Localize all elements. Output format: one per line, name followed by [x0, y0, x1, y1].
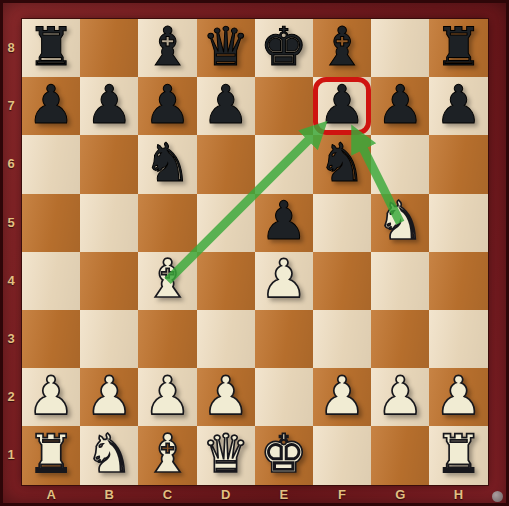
square-c2[interactable]: ♟ — [138, 368, 196, 426]
rank-label-1: 1 — [0, 426, 22, 484]
rank-label-6: 6 — [0, 135, 22, 193]
piece-black-rook-h8[interactable]: ♜ — [435, 20, 483, 73]
square-c5[interactable] — [138, 194, 196, 252]
square-h1[interactable]: ♜ — [429, 426, 487, 484]
piece-black-bishop-c8[interactable]: ♝ — [144, 20, 192, 73]
piece-white-bishop-c4[interactable]: ♝ — [144, 252, 192, 305]
square-a1[interactable]: ♜ — [22, 426, 80, 484]
piece-black-bishop-f8[interactable]: ♝ — [318, 20, 366, 73]
square-b5[interactable] — [80, 194, 138, 252]
file-label-g: G — [371, 485, 429, 506]
square-d2[interactable]: ♟ — [197, 368, 255, 426]
square-b6[interactable] — [80, 135, 138, 193]
rank-label-5: 5 — [0, 194, 22, 252]
square-f3[interactable] — [313, 310, 371, 368]
piece-white-knight-g5[interactable]: ♞ — [376, 194, 424, 247]
square-a8[interactable]: ♜ — [22, 19, 80, 77]
square-b3[interactable] — [80, 310, 138, 368]
square-a6[interactable] — [22, 135, 80, 193]
square-g8[interactable] — [371, 19, 429, 77]
square-h3[interactable] — [429, 310, 487, 368]
square-e8[interactable]: ♚ — [255, 19, 313, 77]
piece-black-knight-f6[interactable]: ♞ — [318, 136, 366, 189]
resize-dot — [492, 491, 503, 502]
square-a7[interactable]: ♟ — [22, 77, 80, 135]
square-e5[interactable]: ♟ — [255, 194, 313, 252]
square-d4[interactable] — [197, 252, 255, 310]
piece-black-pawn-c7[interactable]: ♟ — [144, 78, 192, 131]
square-g2[interactable]: ♟ — [371, 368, 429, 426]
square-f5[interactable] — [313, 194, 371, 252]
file-label-c: C — [138, 485, 196, 506]
square-a4[interactable] — [22, 252, 80, 310]
square-g4[interactable] — [371, 252, 429, 310]
square-c8[interactable]: ♝ — [138, 19, 196, 77]
square-f7[interactable]: ♟ — [313, 77, 371, 135]
piece-white-pawn-h2[interactable]: ♟ — [435, 369, 483, 422]
square-c6[interactable]: ♞ — [138, 135, 196, 193]
rank-label-3: 3 — [0, 310, 22, 368]
piece-white-pawn-a2[interactable]: ♟ — [27, 369, 75, 422]
piece-white-pawn-g2[interactable]: ♟ — [376, 369, 424, 422]
square-d3[interactable] — [197, 310, 255, 368]
square-h4[interactable] — [429, 252, 487, 310]
piece-black-pawn-d7[interactable]: ♟ — [202, 78, 250, 131]
file-label-a: A — [22, 485, 80, 506]
rank-label-8: 8 — [0, 19, 22, 77]
square-b2[interactable]: ♟ — [80, 368, 138, 426]
piece-black-queen-d8[interactable]: ♛ — [202, 20, 250, 73]
square-c4[interactable]: ♝ — [138, 252, 196, 310]
square-d7[interactable]: ♟ — [197, 77, 255, 135]
piece-black-pawn-g7[interactable]: ♟ — [376, 78, 424, 131]
square-h6[interactable] — [429, 135, 487, 193]
piece-white-rook-h1[interactable]: ♜ — [435, 427, 483, 480]
square-e7[interactable] — [255, 77, 313, 135]
chessboard-frame: ♜♝♛♚♝♜♟♟♟♟♟♟♟♞♞♟♞♝♟♟♟♟♟♟♟♟♜♞♝♛♚♜ 8765432… — [0, 0, 509, 506]
square-d6[interactable] — [197, 135, 255, 193]
square-f4[interactable] — [313, 252, 371, 310]
piece-white-rook-a1[interactable]: ♜ — [27, 427, 75, 480]
piece-white-bishop-c1[interactable]: ♝ — [144, 427, 192, 480]
piece-white-pawn-c2[interactable]: ♟ — [144, 369, 192, 422]
square-b8[interactable] — [80, 19, 138, 77]
square-e3[interactable] — [255, 310, 313, 368]
piece-white-pawn-f2[interactable]: ♟ — [318, 369, 366, 422]
square-a3[interactable] — [22, 310, 80, 368]
square-h5[interactable] — [429, 194, 487, 252]
square-c3[interactable] — [138, 310, 196, 368]
square-h2[interactable]: ♟ — [429, 368, 487, 426]
piece-white-pawn-d2[interactable]: ♟ — [202, 369, 250, 422]
square-e6[interactable] — [255, 135, 313, 193]
chessboard: ♜♝♛♚♝♜♟♟♟♟♟♟♟♞♞♟♞♝♟♟♟♟♟♟♟♟♜♞♝♛♚♜ — [22, 19, 488, 485]
square-f6[interactable]: ♞ — [313, 135, 371, 193]
square-h8[interactable]: ♜ — [429, 19, 487, 77]
square-g7[interactable]: ♟ — [371, 77, 429, 135]
piece-black-rook-a8[interactable]: ♜ — [27, 20, 75, 73]
piece-black-pawn-a7[interactable]: ♟ — [27, 78, 75, 131]
square-g5[interactable]: ♞ — [371, 194, 429, 252]
square-b4[interactable] — [80, 252, 138, 310]
square-a2[interactable]: ♟ — [22, 368, 80, 426]
square-b7[interactable]: ♟ — [80, 77, 138, 135]
piece-white-queen-d1[interactable]: ♛ — [202, 427, 250, 480]
piece-black-pawn-f7[interactable]: ♟ — [318, 78, 366, 131]
square-d5[interactable] — [197, 194, 255, 252]
piece-black-pawn-h7[interactable]: ♟ — [435, 78, 483, 131]
piece-white-king-e1[interactable]: ♚ — [260, 427, 308, 480]
rank-label-4: 4 — [0, 252, 22, 310]
square-e4[interactable]: ♟ — [255, 252, 313, 310]
file-label-b: B — [80, 485, 138, 506]
square-a5[interactable] — [22, 194, 80, 252]
piece-black-pawn-b7[interactable]: ♟ — [86, 78, 134, 131]
square-f2[interactable]: ♟ — [313, 368, 371, 426]
square-b1[interactable]: ♞ — [80, 426, 138, 484]
rank-label-2: 2 — [0, 368, 22, 426]
file-label-d: D — [197, 485, 255, 506]
piece-white-pawn-e4[interactable]: ♟ — [260, 252, 308, 305]
square-e1[interactable]: ♚ — [255, 426, 313, 484]
square-g3[interactable] — [371, 310, 429, 368]
piece-black-knight-c6[interactable]: ♞ — [144, 136, 192, 189]
square-g6[interactable] — [371, 135, 429, 193]
rank-label-7: 7 — [0, 77, 22, 135]
square-e2[interactable] — [255, 368, 313, 426]
square-h7[interactable]: ♟ — [429, 77, 487, 135]
file-label-f: F — [313, 485, 371, 506]
square-f1[interactable] — [313, 426, 371, 484]
file-label-e: E — [255, 485, 313, 506]
square-f8[interactable]: ♝ — [313, 19, 371, 77]
piece-white-pawn-b2[interactable]: ♟ — [86, 369, 134, 422]
square-g1[interactable] — [371, 426, 429, 484]
square-c1[interactable]: ♝ — [138, 426, 196, 484]
piece-black-king-e8[interactable]: ♚ — [260, 20, 308, 73]
square-c7[interactable]: ♟ — [138, 77, 196, 135]
piece-white-knight-b1[interactable]: ♞ — [86, 427, 134, 480]
square-d8[interactable]: ♛ — [197, 19, 255, 77]
piece-black-pawn-e5[interactable]: ♟ — [260, 194, 308, 247]
file-label-h: H — [429, 485, 487, 506]
square-d1[interactable]: ♛ — [197, 426, 255, 484]
